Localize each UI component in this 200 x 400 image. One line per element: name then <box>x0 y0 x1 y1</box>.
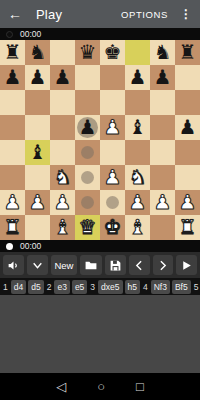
square-a6[interactable] <box>0 90 25 115</box>
square-a5[interactable] <box>0 115 25 140</box>
square-f6[interactable] <box>125 90 150 115</box>
square-f7[interactable]: ♟ <box>125 65 150 90</box>
black-rook: ♜ <box>4 40 22 65</box>
move[interactable]: Nf3 <box>151 280 170 294</box>
new-game-label: New <box>54 260 73 271</box>
square-e6[interactable] <box>100 90 125 115</box>
move[interactable]: d4 <box>11 280 26 294</box>
square-g6[interactable] <box>150 90 175 115</box>
black-bishop: ♝ <box>129 115 147 140</box>
square-c8[interactable] <box>50 40 75 65</box>
move[interactable]: h5 <box>125 280 140 294</box>
black-player-icon <box>6 31 13 38</box>
square-f4[interactable] <box>125 140 150 165</box>
move[interactable]: e5 <box>72 280 87 294</box>
black-knight: ♞ <box>154 40 172 65</box>
white-player-icon <box>6 243 13 250</box>
white-pawn: ♟ <box>54 190 72 215</box>
square-d5[interactable]: ♟ <box>75 115 100 140</box>
square-g1[interactable] <box>150 215 175 240</box>
square-a2[interactable]: ♟ <box>0 190 25 215</box>
move[interactable]: dxe5 <box>98 280 122 294</box>
android-nav-bar: ◁ ○ □ <box>0 373 200 400</box>
white-pawn: ♟ <box>154 190 172 215</box>
black-pawn: ♟ <box>179 115 197 140</box>
square-e7[interactable] <box>100 65 125 90</box>
white-pawn: ♟ <box>179 190 197 215</box>
square-d3[interactable] <box>75 165 100 190</box>
collapse-button[interactable] <box>27 255 48 275</box>
square-b7[interactable]: ♟ <box>25 65 50 90</box>
folder-icon <box>84 259 98 272</box>
floppy-disk-icon <box>109 259 122 272</box>
square-c6[interactable] <box>50 90 75 115</box>
empty-panel <box>0 295 200 373</box>
square-a1[interactable]: ♜ <box>0 215 25 240</box>
white-king: ♚ <box>104 215 122 240</box>
square-e4[interactable] <box>100 140 125 165</box>
black-rook: ♜ <box>179 40 197 65</box>
square-h2[interactable]: ♟ <box>175 190 200 215</box>
square-h3[interactable] <box>175 165 200 190</box>
square-c7[interactable]: ♟ <box>50 65 75 90</box>
move[interactable]: d5 <box>28 280 43 294</box>
square-d7[interactable] <box>75 65 100 90</box>
square-f8[interactable] <box>125 40 150 65</box>
black-clock-row: 00:00 <box>0 28 200 40</box>
game-toolbar: New <box>0 252 200 278</box>
square-b4[interactable]: ♝ <box>25 140 50 165</box>
move[interactable]: e3 <box>54 280 69 294</box>
black-pawn: ♟ <box>79 115 97 140</box>
square-f5[interactable]: ♝ <box>125 115 150 140</box>
square-e3[interactable]: ♟ <box>100 165 125 190</box>
chess-app: ← Play OPTIONS ⋮ 00:00 ♜♞♛♚♞♜♟♟♟♟♟♟♟♝♟♝♞… <box>0 0 200 400</box>
square-e1[interactable]: ♚ <box>100 215 125 240</box>
legal-move-dot <box>81 196 94 209</box>
move-number: 5 <box>193 282 200 292</box>
black-king: ♚ <box>104 40 122 65</box>
black-pawn: ♟ <box>29 65 47 90</box>
move-list: 1d4d52e3e53dxe5h54Nf3Bf55Nc3Bb4 <box>0 278 200 295</box>
square-e5[interactable]: ♟ <box>100 115 125 140</box>
square-h8[interactable]: ♜ <box>175 40 200 65</box>
square-a3[interactable] <box>0 165 25 190</box>
page-title: Play <box>36 7 62 22</box>
square-d8[interactable]: ♛ <box>75 40 100 65</box>
white-knight: ♞ <box>54 165 72 190</box>
square-g2[interactable]: ♟ <box>150 190 175 215</box>
open-game-button[interactable] <box>80 255 102 275</box>
square-e2[interactable] <box>100 190 125 215</box>
overflow-menu-icon[interactable]: ⋮ <box>180 7 192 21</box>
speaker-icon <box>7 259 20 272</box>
square-b1[interactable] <box>25 215 50 240</box>
legal-move-dot <box>81 146 94 159</box>
white-rook: ♜ <box>179 215 197 240</box>
legal-move-dot <box>81 171 94 184</box>
square-d2[interactable] <box>75 190 100 215</box>
square-a4[interactable] <box>0 140 25 165</box>
black-clock: 00:00 <box>20 28 41 40</box>
move[interactable]: Bf5 <box>172 280 191 294</box>
white-pawn: ♟ <box>104 115 122 140</box>
square-g3[interactable] <box>150 165 175 190</box>
black-pawn: ♟ <box>54 65 72 90</box>
square-h7[interactable] <box>175 65 200 90</box>
sound-button[interactable] <box>3 255 24 275</box>
nav-home-icon[interactable]: ○ <box>97 373 105 400</box>
white-clock-row: 00:00 <box>0 240 200 252</box>
square-c2[interactable]: ♟ <box>50 190 75 215</box>
chess-board: ♜♞♛♚♞♜♟♟♟♟♟♟♟♝♟♝♞♟♞♟♟♟♟♟♟♜♝♛♚♝♜ <box>0 40 200 240</box>
nav-recents-icon[interactable]: □ <box>136 373 144 400</box>
white-pawn: ♟ <box>4 190 22 215</box>
square-f1[interactable]: ♝ <box>125 215 150 240</box>
previous-move-button[interactable] <box>129 255 150 275</box>
move-number: 3 <box>89 282 96 292</box>
square-c4[interactable] <box>50 140 75 165</box>
square-g7[interactable]: ♟ <box>150 65 175 90</box>
move-number: 4 <box>142 282 149 292</box>
nav-back-icon[interactable]: ◁ <box>56 373 66 400</box>
save-button[interactable] <box>105 255 126 275</box>
square-g8[interactable]: ♞ <box>150 40 175 65</box>
square-a8[interactable]: ♜ <box>0 40 25 65</box>
square-h1[interactable]: ♜ <box>175 215 200 240</box>
square-b8[interactable]: ♞ <box>25 40 50 65</box>
black-queen: ♛ <box>79 40 97 65</box>
chevron-down-icon <box>31 259 44 272</box>
move-number: 2 <box>46 282 53 292</box>
square-g5[interactable] <box>150 115 175 140</box>
square-f2[interactable]: ♟ <box>125 190 150 215</box>
chevron-right-icon <box>156 259 169 272</box>
legal-move-dot <box>106 196 119 209</box>
square-c1[interactable]: ♝ <box>50 215 75 240</box>
square-b3[interactable] <box>25 165 50 190</box>
app-bar: ← Play OPTIONS ⋮ <box>0 0 200 28</box>
black-knight: ♞ <box>29 40 47 65</box>
move-number: 1 <box>2 282 9 292</box>
square-d6[interactable] <box>75 90 100 115</box>
square-a7[interactable]: ♟ <box>0 65 25 90</box>
black-pawn: ♟ <box>4 65 22 90</box>
play-icon <box>180 259 193 272</box>
back-arrow-icon[interactable]: ← <box>8 0 22 28</box>
white-pawn: ♟ <box>29 190 47 215</box>
play-button[interactable] <box>176 255 197 275</box>
white-pawn: ♟ <box>104 165 122 190</box>
black-bishop: ♝ <box>29 140 47 165</box>
white-rook: ♜ <box>4 215 22 240</box>
white-bishop: ♝ <box>129 215 147 240</box>
square-d1[interactable]: ♛ <box>75 215 100 240</box>
black-pawn: ♟ <box>129 65 147 90</box>
square-h5[interactable]: ♟ <box>175 115 200 140</box>
square-d4[interactable] <box>75 140 100 165</box>
square-c5[interactable] <box>50 115 75 140</box>
square-b2[interactable]: ♟ <box>25 190 50 215</box>
white-queen: ♛ <box>79 215 97 240</box>
new-game-button[interactable]: New <box>51 255 78 275</box>
white-pawn: ♟ <box>129 190 147 215</box>
black-pawn: ♟ <box>154 65 172 90</box>
next-move-button[interactable] <box>153 255 174 275</box>
square-b5[interactable] <box>25 115 50 140</box>
square-h4[interactable] <box>175 140 200 165</box>
square-b6[interactable] <box>25 90 50 115</box>
square-c3[interactable]: ♞ <box>50 165 75 190</box>
square-f3[interactable]: ♞ <box>125 165 150 190</box>
square-h6[interactable] <box>175 90 200 115</box>
chevron-left-icon <box>133 259 146 272</box>
square-e8[interactable]: ♚ <box>100 40 125 65</box>
square-g4[interactable] <box>150 140 175 165</box>
white-clock: 00:00 <box>20 240 41 252</box>
white-bishop: ♝ <box>54 215 72 240</box>
white-knight: ♞ <box>129 165 147 190</box>
options-button[interactable]: OPTIONS <box>121 9 168 20</box>
